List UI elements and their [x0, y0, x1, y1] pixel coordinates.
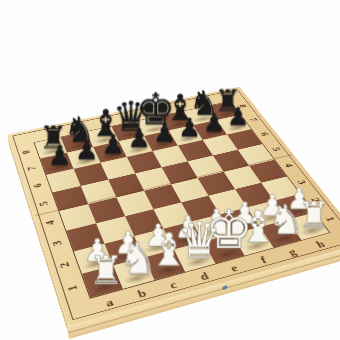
pawn-glyph: ♟	[226, 104, 249, 129]
rank-label-3: 3	[39, 232, 75, 255]
rank-label-6: 6	[21, 176, 54, 195]
pawn-glyph: ♟	[101, 131, 125, 157]
rank-label-2: 2	[46, 253, 83, 278]
pawn-glyph: ♟	[153, 120, 176, 146]
chess-board: ♜♞♝♛♚♝♞♜♟♟♟♟♟♟♟♟♟♟♟♟♟♟♟♟♜♞♝♛♚♝♞♜ 8765432…	[7, 86, 340, 325]
chess-set-photo: ♜♞♝♛♚♝♞♜♟♟♟♟♟♟♟♟♟♟♟♟♟♟♟♟♜♞♝♛♚♝♞♜ 8765432…	[0, 0, 340, 340]
knight-glyph: ♞	[118, 237, 157, 281]
rook-glyph: ♜	[88, 251, 123, 290]
pawn-glyph: ♟	[202, 110, 225, 135]
rank-label-7: 7	[15, 159, 47, 177]
rank-label-8: 8	[10, 143, 41, 160]
board-3d-wrapper: ♜♞♝♛♚♝♞♜♟♟♟♟♟♟♟♟♟♟♟♟♟♟♟♟♜♞♝♛♚♝♞♜ 8765432…	[7, 86, 340, 325]
rank-label-1: 1	[53, 275, 92, 301]
pawn-glyph: ♟	[74, 137, 98, 164]
clasp-pin-icon	[222, 285, 227, 290]
pawn-glyph: ♟	[47, 142, 71, 169]
pawn-glyph: ♟	[178, 115, 201, 141]
pawn-glyph: ♟	[127, 125, 150, 151]
